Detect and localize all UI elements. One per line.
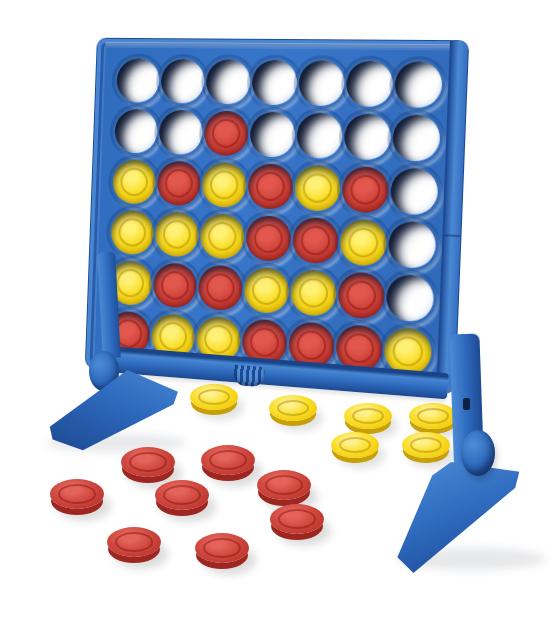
red-disc-face xyxy=(107,527,161,557)
cell-r3c2[interactable] xyxy=(156,161,201,207)
yellow-piece xyxy=(243,267,289,314)
cell-r2c6[interactable] xyxy=(343,113,391,160)
cell-r4c7[interactable] xyxy=(388,221,437,269)
yellow-piece xyxy=(112,159,156,204)
empty-hole xyxy=(388,221,437,269)
cell-r4c4[interactable] xyxy=(245,215,291,262)
empty-hole xyxy=(298,60,345,106)
cell-r2c4[interactable] xyxy=(249,112,295,158)
empty-hole xyxy=(386,274,435,323)
cell-r5c2[interactable] xyxy=(153,262,198,308)
right-leg-pivot-knob xyxy=(461,430,495,476)
cell-r1c5[interactable] xyxy=(298,60,345,106)
cell-r3c5[interactable] xyxy=(294,165,341,212)
yellow-piece xyxy=(339,219,387,267)
cell-r2c7[interactable] xyxy=(392,114,441,161)
red-piece xyxy=(337,271,385,319)
red-piece xyxy=(245,215,291,262)
empty-hole xyxy=(296,112,343,159)
cell-r3c4[interactable] xyxy=(247,163,293,210)
board-grid xyxy=(86,39,454,392)
cell-r1c7[interactable] xyxy=(394,61,443,108)
red-piece xyxy=(156,161,201,207)
red-piece xyxy=(153,262,198,308)
red-disc-face xyxy=(257,470,311,500)
cell-r3c7[interactable] xyxy=(390,168,439,216)
yellow-disc-face xyxy=(269,395,317,421)
empty-hole xyxy=(345,61,393,108)
yellow-disc-face xyxy=(190,384,238,410)
empty-hole xyxy=(205,59,251,104)
empty-hole xyxy=(114,109,158,154)
cell-r5c7[interactable] xyxy=(386,274,435,323)
yellow-piece xyxy=(290,269,337,317)
red-piece xyxy=(203,111,249,157)
empty-hole xyxy=(343,113,391,160)
red-disc-face xyxy=(50,479,104,509)
right-leg-slot xyxy=(463,398,470,410)
red-piece xyxy=(247,163,293,210)
yellow-piece xyxy=(202,162,248,208)
cell-r4c6[interactable] xyxy=(339,219,387,267)
cell-r4c1[interactable] xyxy=(110,210,154,256)
red-piece xyxy=(341,166,389,213)
yellow-piece xyxy=(155,211,200,257)
cell-r5c5[interactable] xyxy=(290,269,337,317)
board-frame xyxy=(86,39,468,393)
red-disc-face xyxy=(201,445,255,475)
empty-hole xyxy=(160,59,205,104)
cell-r4c5[interactable] xyxy=(292,217,339,264)
yellow-piece xyxy=(200,213,246,259)
cell-r5c6[interactable] xyxy=(337,271,385,319)
cell-r4c3[interactable] xyxy=(200,213,246,259)
empty-hole xyxy=(392,114,441,161)
release-slider[interactable] xyxy=(233,365,265,387)
red-disc-face xyxy=(121,447,175,477)
empty-hole xyxy=(158,110,203,155)
cell-r1c1[interactable] xyxy=(116,58,160,103)
empty-hole xyxy=(116,58,160,103)
cell-r5c4[interactable] xyxy=(243,267,289,314)
cell-r1c3[interactable] xyxy=(205,59,251,104)
yellow-disc-face xyxy=(344,403,392,429)
empty-hole xyxy=(390,168,439,216)
red-disc-face xyxy=(195,533,249,563)
yellow-disc-face xyxy=(331,432,379,458)
empty-hole xyxy=(249,112,295,158)
yellow-disc-face xyxy=(402,432,450,458)
cell-r2c3[interactable] xyxy=(203,111,249,157)
cell-r2c1[interactable] xyxy=(114,109,158,154)
yellow-piece xyxy=(294,165,341,212)
red-disc-face xyxy=(270,504,324,534)
cell-r3c1[interactable] xyxy=(112,159,156,204)
connect-four-photo-scene xyxy=(0,0,556,630)
empty-hole xyxy=(394,61,443,108)
cell-r2c5[interactable] xyxy=(296,112,343,159)
cell-r2c2[interactable] xyxy=(158,110,203,155)
cell-r3c3[interactable] xyxy=(202,162,248,208)
red-disc-face xyxy=(155,480,209,510)
cell-r1c6[interactable] xyxy=(345,61,393,108)
cell-r1c2[interactable] xyxy=(160,59,205,104)
red-piece xyxy=(198,265,243,312)
yellow-piece xyxy=(110,210,154,256)
cell-r1c4[interactable] xyxy=(251,60,297,106)
cell-r5c3[interactable] xyxy=(198,265,243,312)
cell-r4c2[interactable] xyxy=(155,211,200,257)
cell-r3c6[interactable] xyxy=(341,166,389,213)
yellow-disc-face xyxy=(409,403,457,429)
empty-hole xyxy=(251,60,297,106)
red-piece xyxy=(292,217,339,264)
